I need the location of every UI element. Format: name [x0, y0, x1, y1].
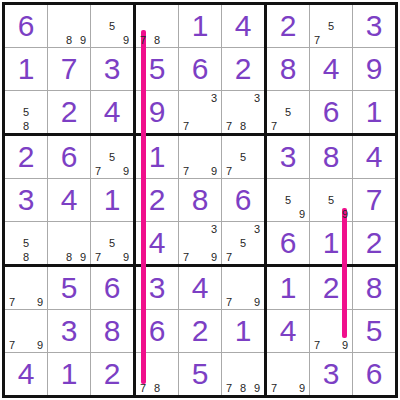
cell-r1c2[interactable]: 89 [48, 5, 90, 47]
candidate-empty [236, 295, 250, 309]
solved-digit: 2 [48, 91, 90, 133]
candidate-empty [19, 324, 33, 338]
candidate-empty [5, 105, 19, 119]
cell-r8c7[interactable]: 4 [267, 310, 309, 352]
candidate-empty [250, 250, 264, 264]
candidate-empty [310, 207, 324, 221]
candidate-empty [48, 5, 62, 19]
candidate-empty [19, 310, 33, 324]
candidate-digit: 7 [91, 164, 105, 178]
solved-digit: 6 [267, 222, 309, 264]
cell-r9c3[interactable]: 2 [91, 353, 133, 395]
candidate-empty [164, 381, 178, 395]
candidate-grid: 59 [91, 5, 133, 47]
candidate-empty [164, 353, 178, 367]
candidate-empty [310, 179, 324, 193]
cell-r6c3[interactable]: 579 [91, 222, 133, 264]
candidate-empty [250, 281, 264, 295]
solved-digit: 1 [48, 353, 90, 395]
candidate-empty [236, 281, 250, 295]
candidate-grid: 59 [310, 179, 352, 221]
cell-r1c8[interactable]: 57 [310, 5, 352, 47]
candidate-digit: 8 [150, 381, 164, 395]
candidate-grid: 78 [136, 353, 178, 395]
solved-digit: 3 [310, 353, 352, 395]
candidate-digit: 7 [222, 381, 236, 395]
cell-r2c3[interactable]: 3 [91, 48, 133, 90]
candidate-digit: 9 [295, 207, 309, 221]
solved-digit: 4 [91, 91, 133, 133]
candidate-empty [105, 136, 119, 150]
candidate-empty [295, 91, 309, 105]
candidate-empty [222, 222, 236, 236]
candidate-empty [193, 222, 207, 236]
candidate-empty [236, 105, 250, 119]
candidate-empty [62, 5, 76, 19]
solved-digit: 1 [91, 179, 133, 221]
candidate-empty [295, 193, 309, 207]
cell-r9c7[interactable]: 79 [267, 353, 309, 395]
candidate-empty [236, 136, 250, 150]
candidate-empty [250, 236, 264, 250]
cell-r6c1[interactable]: 58 [5, 222, 47, 264]
candidate-empty [33, 267, 47, 281]
solved-digit: 4 [48, 179, 90, 221]
candidate-empty [91, 150, 105, 164]
candidate-empty [91, 19, 105, 33]
candidate-digit: 5 [324, 193, 338, 207]
candidate-empty [310, 310, 324, 324]
cell-r7c1[interactable]: 79 [5, 267, 47, 309]
candidate-digit: 7 [136, 381, 150, 395]
cell-r9c2[interactable]: 1 [48, 353, 90, 395]
cell-r8c6[interactable]: 1 [222, 310, 264, 352]
candidate-digit: 9 [338, 338, 352, 352]
candidate-empty [62, 19, 76, 33]
solved-digit: 1 [179, 5, 221, 47]
candidate-empty [236, 250, 250, 264]
cell-r2c2[interactable]: 7 [48, 48, 90, 90]
candidate-empty [48, 222, 62, 236]
candidate-digit: 9 [207, 250, 221, 264]
candidate-empty [33, 236, 47, 250]
solved-digit: 6 [5, 5, 47, 47]
candidate-digit: 7 [222, 164, 236, 178]
candidate-empty [150, 353, 164, 367]
candidate-digit: 8 [19, 250, 33, 264]
candidate-empty [91, 222, 105, 236]
candidate-empty [164, 19, 178, 33]
candidate-empty [119, 222, 133, 236]
candidate-digit: 5 [281, 105, 295, 119]
candidate-empty [324, 207, 338, 221]
solved-digit: 8 [91, 310, 133, 352]
candidate-empty [338, 324, 352, 338]
cell-r1c4[interactable]: 78 [136, 5, 178, 47]
cell-r5c8[interactable]: 59 [310, 179, 352, 221]
candidate-digit: 5 [236, 150, 250, 164]
sudoku-board: 6895978142573173562849582493737857612657… [2, 2, 398, 398]
candidate-empty [236, 91, 250, 105]
candidate-grid: 57 [310, 5, 352, 47]
candidate-digit: 8 [236, 381, 250, 395]
candidate-empty [222, 236, 236, 250]
candidate-empty [207, 105, 221, 119]
cell-r4c7[interactable]: 3 [267, 136, 309, 178]
cell-r1c9[interactable]: 3 [353, 5, 395, 47]
candidate-empty [207, 236, 221, 250]
candidate-empty [105, 164, 119, 178]
cell-r4c6[interactable]: 57 [222, 136, 264, 178]
solved-digit: 6 [48, 136, 90, 178]
candidate-empty [281, 119, 295, 133]
candidate-grid: 58 [5, 222, 47, 264]
candidate-empty [267, 353, 281, 367]
candidate-empty [236, 353, 250, 367]
candidate-digit: 9 [33, 295, 47, 309]
candidate-empty [150, 367, 164, 381]
candidate-empty [76, 222, 90, 236]
candidate-grid: 79 [5, 267, 47, 309]
cell-r9c5[interactable]: 5 [179, 353, 221, 395]
cell-r8c2[interactable]: 3 [48, 310, 90, 352]
cell-r8c3[interactable]: 8 [91, 310, 133, 352]
cell-r3c8[interactable]: 6 [310, 91, 352, 133]
candidate-empty [136, 5, 150, 19]
cell-r2c9[interactable]: 9 [353, 48, 395, 90]
cell-r3c5[interactable]: 37 [179, 91, 221, 133]
cell-r1c7[interactable]: 2 [267, 5, 309, 47]
candidate-empty [207, 150, 221, 164]
cell-r1c6[interactable]: 4 [222, 5, 264, 47]
candidate-grid: 579 [91, 222, 133, 264]
candidate-empty [33, 324, 47, 338]
cell-r1c3[interactable]: 59 [91, 5, 133, 47]
candidate-empty [310, 324, 324, 338]
candidate-digit: 9 [250, 295, 264, 309]
cell-r7c5[interactable]: 4 [179, 267, 221, 309]
cell-r4c8[interactable]: 8 [310, 136, 352, 178]
candidate-empty [236, 367, 250, 381]
candidate-empty [193, 150, 207, 164]
candidate-grid: 79 [310, 310, 352, 352]
candidate-empty [281, 91, 295, 105]
candidate-digit: 3 [207, 91, 221, 105]
candidate-empty [310, 19, 324, 33]
cell-r8c5[interactable]: 2 [179, 310, 221, 352]
candidate-digit: 5 [281, 193, 295, 207]
cell-r7c7[interactable]: 1 [267, 267, 309, 309]
candidate-empty [250, 150, 264, 164]
candidate-digit: 7 [222, 250, 236, 264]
cell-r6c2[interactable]: 89 [48, 222, 90, 264]
candidate-empty [5, 281, 19, 295]
candidate-empty [91, 236, 105, 250]
candidate-empty [281, 367, 295, 381]
candidate-empty [193, 136, 207, 150]
candidate-empty [281, 207, 295, 221]
candidate-empty [91, 136, 105, 150]
candidate-empty [179, 136, 193, 150]
cell-r3c9[interactable]: 1 [353, 91, 395, 133]
cell-r3c3[interactable]: 4 [91, 91, 133, 133]
candidate-empty [48, 19, 62, 33]
candidate-empty [324, 338, 338, 352]
candidate-digit: 7 [179, 250, 193, 264]
candidate-empty [119, 5, 133, 19]
candidate-digit: 7 [91, 250, 105, 264]
cell-r4c5[interactable]: 79 [179, 136, 221, 178]
cell-r5c9[interactable]: 7 [353, 179, 395, 221]
candidate-empty [338, 193, 352, 207]
candidate-digit: 9 [119, 33, 133, 47]
cell-r1c1[interactable]: 6 [5, 5, 47, 47]
candidate-empty [5, 222, 19, 236]
candidate-empty [136, 367, 150, 381]
cell-r8c8[interactable]: 79 [310, 310, 352, 352]
candidate-empty [267, 91, 281, 105]
candidate-digit: 5 [19, 236, 33, 250]
candidate-empty [222, 150, 236, 164]
candidate-digit: 9 [338, 207, 352, 221]
candidate-digit: 9 [207, 164, 221, 178]
candidate-grid: 57 [267, 91, 309, 133]
candidate-empty [164, 33, 178, 47]
candidate-empty [33, 105, 47, 119]
candidate-empty [267, 105, 281, 119]
candidate-empty [281, 353, 295, 367]
candidate-empty [250, 267, 264, 281]
candidate-empty [324, 324, 338, 338]
cell-r9c4[interactable]: 78 [136, 353, 178, 395]
candidate-digit: 3 [207, 222, 221, 236]
solved-digit: 3 [5, 179, 47, 221]
candidate-grid: 79 [5, 310, 47, 352]
candidate-empty [179, 91, 193, 105]
candidate-empty [222, 91, 236, 105]
candidate-empty [193, 250, 207, 264]
candidate-grid: 37 [179, 91, 221, 133]
candidate-empty [62, 236, 76, 250]
cell-r8c9[interactable]: 5 [353, 310, 395, 352]
candidate-empty [119, 136, 133, 150]
candidate-digit: 5 [105, 150, 119, 164]
candidate-empty [236, 267, 250, 281]
candidate-empty [33, 250, 47, 264]
candidate-empty [33, 310, 47, 324]
cell-r7c2[interactable]: 5 [48, 267, 90, 309]
solved-digit: 2 [222, 48, 264, 90]
candidate-digit: 9 [119, 164, 133, 178]
solved-digit: 5 [179, 353, 221, 395]
cell-r4c2[interactable]: 6 [48, 136, 90, 178]
candidate-grid: 78 [136, 5, 178, 47]
candidate-grid: 79 [179, 136, 221, 178]
cell-r4c3[interactable]: 579 [91, 136, 133, 178]
candidate-empty [19, 295, 33, 309]
candidate-empty [250, 105, 264, 119]
cell-r9c8[interactable]: 3 [310, 353, 352, 395]
candidate-empty [295, 353, 309, 367]
candidate-empty [267, 193, 281, 207]
cell-r9c1[interactable]: 4 [5, 353, 47, 395]
candidate-digit: 7 [222, 295, 236, 309]
solved-digit: 6 [179, 48, 221, 90]
cell-r9c6[interactable]: 789 [222, 353, 264, 395]
candidate-empty [179, 236, 193, 250]
candidate-digit: 5 [105, 236, 119, 250]
candidate-digit: 9 [76, 33, 90, 47]
candidate-empty [48, 236, 62, 250]
solved-digit: 5 [353, 310, 395, 352]
cell-r4c1[interactable]: 2 [5, 136, 47, 178]
candidate-grid: 58 [5, 91, 47, 133]
candidate-empty [222, 367, 236, 381]
candidate-empty [193, 164, 207, 178]
cell-r3c7[interactable]: 57 [267, 91, 309, 133]
candidate-empty [193, 119, 207, 133]
candidate-grid: 789 [222, 353, 264, 395]
cell-r3c2[interactable]: 2 [48, 91, 90, 133]
candidate-empty [338, 310, 352, 324]
candidate-empty [105, 222, 119, 236]
candidate-digit: 7 [267, 381, 281, 395]
candidate-grid: 57 [222, 136, 264, 178]
candidate-empty [136, 353, 150, 367]
candidate-empty [207, 136, 221, 150]
cell-r4c9[interactable]: 4 [353, 136, 395, 178]
candidate-empty [324, 5, 338, 19]
candidate-empty [105, 33, 119, 47]
solved-digit: 3 [267, 136, 309, 178]
cell-r6c7[interactable]: 6 [267, 222, 309, 264]
candidate-empty [267, 207, 281, 221]
cell-r5c1[interactable]: 3 [5, 179, 47, 221]
candidate-empty [48, 33, 62, 47]
candidate-digit: 8 [236, 119, 250, 133]
cell-r3c1[interactable]: 58 [5, 91, 47, 133]
solved-digit: 2 [353, 222, 395, 264]
cell-r2c1[interactable]: 1 [5, 48, 47, 90]
solved-digit: 8 [179, 179, 221, 221]
cell-r7c6[interactable]: 79 [222, 267, 264, 309]
cell-r7c9[interactable]: 8 [353, 267, 395, 309]
solved-digit: 6 [353, 353, 395, 395]
cell-r6c5[interactable]: 379 [179, 222, 221, 264]
candidate-digit: 3 [250, 222, 264, 236]
candidate-empty [207, 119, 221, 133]
candidate-empty [164, 5, 178, 19]
cell-r2c6[interactable]: 2 [222, 48, 264, 90]
solved-digit: 6 [222, 179, 264, 221]
candidate-empty [324, 310, 338, 324]
candidate-digit: 9 [295, 381, 309, 395]
cell-r6c6[interactable]: 357 [222, 222, 264, 264]
candidate-digit: 7 [136, 33, 150, 47]
cell-r9c9[interactable]: 6 [353, 353, 395, 395]
candidate-empty [295, 105, 309, 119]
candidate-grid: 579 [91, 136, 133, 178]
solved-digit: 2 [91, 353, 133, 395]
solved-digit: 4 [310, 48, 352, 90]
candidate-empty [338, 33, 352, 47]
candidate-grid: 79 [267, 353, 309, 395]
solved-digit: 4 [353, 136, 395, 178]
candidate-empty [179, 105, 193, 119]
candidate-digit: 8 [62, 250, 76, 264]
solved-digit: 8 [353, 267, 395, 309]
candidate-empty [281, 381, 295, 395]
cell-r5c2[interactable]: 4 [48, 179, 90, 221]
candidate-empty [193, 105, 207, 119]
candidate-empty [76, 236, 90, 250]
cell-r5c6[interactable]: 6 [222, 179, 264, 221]
candidate-digit: 9 [119, 250, 133, 264]
cell-r5c5[interactable]: 8 [179, 179, 221, 221]
candidate-empty [76, 5, 90, 19]
candidate-grid: 379 [179, 222, 221, 264]
cell-r1c5[interactable]: 1 [179, 5, 221, 47]
solved-digit: 7 [353, 179, 395, 221]
solved-digit: 4 [267, 310, 309, 352]
candidate-empty [33, 222, 47, 236]
candidate-empty [222, 105, 236, 119]
candidate-empty [33, 281, 47, 295]
candidate-empty [19, 267, 33, 281]
candidate-empty [105, 5, 119, 19]
solved-digit: 9 [353, 48, 395, 90]
candidate-empty [91, 5, 105, 19]
candidate-empty [33, 119, 47, 133]
candidate-digit: 7 [267, 119, 281, 133]
candidate-digit: 7 [179, 119, 193, 133]
candidate-empty [193, 236, 207, 250]
solved-digit: 4 [179, 267, 221, 309]
cell-r5c3[interactable]: 1 [91, 179, 133, 221]
candidate-grid: 378 [222, 91, 264, 133]
cell-r5c7[interactable]: 59 [267, 179, 309, 221]
solved-digit: 2 [5, 136, 47, 178]
candidate-empty [295, 367, 309, 381]
cell-r7c3[interactable]: 6 [91, 267, 133, 309]
solved-digit: 4 [5, 353, 47, 395]
candidate-empty [19, 222, 33, 236]
solved-digit: 3 [353, 5, 395, 47]
candidate-empty [48, 250, 62, 264]
candidate-grid: 89 [48, 222, 90, 264]
candidate-empty [119, 236, 133, 250]
candidate-empty [5, 324, 19, 338]
solved-digit: 1 [5, 48, 47, 90]
candidate-digit: 5 [19, 105, 33, 119]
candidate-empty [310, 193, 324, 207]
candidate-empty [179, 222, 193, 236]
candidate-empty [236, 222, 250, 236]
candidate-empty [250, 164, 264, 178]
candidate-empty [91, 33, 105, 47]
candidate-empty [5, 310, 19, 324]
cell-r2c8[interactable]: 4 [310, 48, 352, 90]
cell-r2c5[interactable]: 6 [179, 48, 221, 90]
candidate-empty [5, 119, 19, 133]
candidate-empty [222, 267, 236, 281]
candidate-empty [267, 179, 281, 193]
candidate-empty [250, 136, 264, 150]
cell-r3c6[interactable]: 378 [222, 91, 264, 133]
cell-r8c1[interactable]: 79 [5, 310, 47, 352]
cell-r2c7[interactable]: 8 [267, 48, 309, 90]
cell-r6c9[interactable]: 2 [353, 222, 395, 264]
